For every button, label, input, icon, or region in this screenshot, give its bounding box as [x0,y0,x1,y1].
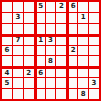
cell-r9-c2[interactable] [13,89,23,99]
cell-r1-c8[interactable] [78,2,88,12]
cell-r5-c4[interactable] [35,46,45,56]
cell-r2-c9[interactable] [89,13,99,23]
cell-r6-c5-given: 8 [46,56,56,66]
cell-r7-c7[interactable] [67,67,77,77]
cell-r1-c6-given: 2 [56,2,66,12]
cell-r3-c7[interactable] [67,24,77,34]
cell-r2-c7[interactable] [67,13,77,23]
cell-r9-c7[interactable] [67,89,77,99]
cell-r2-c5[interactable] [46,13,56,23]
cell-r8-c9-given: 3 [89,78,99,88]
cell-r2-c1[interactable] [2,13,12,23]
cell-r5-c3[interactable] [24,46,34,56]
cell-r9-c3[interactable] [24,89,34,99]
cell-r8-c6[interactable] [56,78,66,88]
cell-r3-c6[interactable] [56,24,66,34]
cell-r5-c5[interactable] [46,46,56,56]
cell-r6-c3[interactable] [24,56,34,66]
cell-r3-c1[interactable] [2,24,12,34]
cell-r5-c1-given: 6 [2,46,12,56]
cell-r1-c7-given: 6 [67,2,77,12]
cell-r8-c2[interactable] [13,78,23,88]
cell-r4-c7[interactable] [67,35,77,45]
cell-r6-c1[interactable] [2,56,12,66]
cell-r4-c2-given: 7 [13,35,23,45]
cell-r1-c1[interactable] [2,2,12,12]
cell-r7-c1-given: 4 [2,67,12,77]
cell-r7-c5[interactable] [46,67,56,77]
cell-r6-c2[interactable] [13,56,23,66]
cell-r7-c4-given: 6 [35,67,45,77]
cell-r5-c8[interactable] [78,46,88,56]
cell-r2-c6[interactable] [56,13,66,23]
cell-r3-c5[interactable] [46,24,56,34]
cell-r5-c7-given: 2 [67,46,77,56]
cell-r6-c9[interactable] [89,56,99,66]
cell-r2-c4[interactable] [35,13,45,23]
cell-r9-c4[interactable] [35,89,45,99]
cell-r3-c4[interactable] [35,24,45,34]
cell-r1-c4-given: 5 [35,2,45,12]
cell-r2-c8-given: 1 [78,13,88,23]
cell-r4-c3[interactable] [24,35,34,45]
cell-r5-c9[interactable] [89,46,99,56]
cell-r9-c8-given: 8 [78,89,88,99]
cell-r3-c3[interactable] [24,24,34,34]
cell-r8-c4[interactable] [35,78,45,88]
cell-r8-c8[interactable] [78,78,88,88]
cell-r3-c8[interactable] [78,24,88,34]
cell-r8-c1-given: 5 [2,78,12,88]
cell-r2-c3[interactable] [24,13,34,23]
cell-r1-c9[interactable] [89,2,99,12]
cell-r1-c5[interactable] [46,2,56,12]
cell-r9-c9[interactable] [89,89,99,99]
cell-r7-c6[interactable] [56,67,66,77]
cell-r4-c8[interactable] [78,35,88,45]
cell-r4-c9[interactable] [89,35,99,45]
cell-r5-c2[interactable] [13,46,23,56]
cell-r5-c6[interactable] [56,46,66,56]
cell-r4-c1[interactable] [2,35,12,45]
cell-r8-c3[interactable] [24,78,34,88]
cell-r9-c6[interactable] [56,89,66,99]
sudoku-board: 52631713628426538 [0,0,101,101]
cell-r6-c8[interactable] [78,56,88,66]
cell-r4-c5-given: 3 [46,35,56,45]
cell-r7-c3-given: 2 [24,67,34,77]
cell-r3-c2[interactable] [13,24,23,34]
cell-r1-c3[interactable] [24,2,34,12]
cell-r6-c7[interactable] [67,56,77,66]
cell-r2-c2-given: 3 [13,13,23,23]
cell-r7-c9[interactable] [89,67,99,77]
cell-r9-c5[interactable] [46,89,56,99]
cell-r9-c1[interactable] [2,89,12,99]
cell-r6-c6[interactable] [56,56,66,66]
cell-r4-c4-given: 1 [35,35,45,45]
cell-r4-c6[interactable] [56,35,66,45]
cell-r7-c2[interactable] [13,67,23,77]
cell-r8-c5[interactable] [46,78,56,88]
cell-r6-c4[interactable] [35,56,45,66]
cell-r7-c8[interactable] [78,67,88,77]
cell-r3-c9[interactable] [89,24,99,34]
cell-r1-c2[interactable] [13,2,23,12]
cell-r8-c7[interactable] [67,78,77,88]
